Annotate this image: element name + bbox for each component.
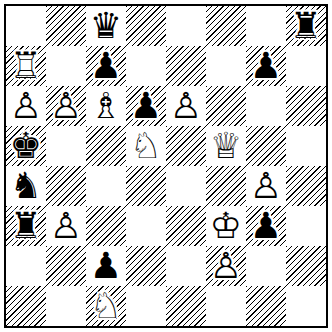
- white-pawn: ♟♙: [206, 246, 246, 286]
- square-e1: [166, 286, 206, 326]
- square-c1: ♞♘: [86, 286, 126, 326]
- square-b8: [46, 6, 86, 46]
- square-b6: ♟♙: [46, 86, 86, 126]
- square-b5: [46, 126, 86, 166]
- square-d3: [126, 206, 166, 246]
- square-d4: [126, 166, 166, 206]
- black-pawn-icon: ♟: [86, 46, 126, 86]
- chess-board: ♛♛♜♜♜♖♟♟♟♟♟♙♟♙♝♗♟♟♟♙♚♚♞♘♛♕♞♞♟♙♜♜♟♙♚♔♟♟♟♟…: [6, 6, 326, 326]
- black-knight-icon: ♞: [6, 166, 46, 206]
- white-queen: ♛♕: [206, 126, 246, 166]
- square-a4: ♞♞: [6, 166, 46, 206]
- square-a7: ♜♖: [6, 46, 46, 86]
- black-pawn: ♟♟: [86, 246, 126, 286]
- square-b4: [46, 166, 86, 206]
- square-a8: [6, 6, 46, 46]
- black-king: ♚♚: [6, 126, 46, 166]
- square-b7: [46, 46, 86, 86]
- square-a3: ♜♜: [6, 206, 46, 246]
- square-f3: ♚♔: [206, 206, 246, 246]
- square-f1: [206, 286, 246, 326]
- square-c2: ♟♟: [86, 246, 126, 286]
- square-g1: [246, 286, 286, 326]
- square-h5: [286, 126, 326, 166]
- square-d6: ♟♟: [126, 86, 166, 126]
- black-knight: ♞♞: [6, 166, 46, 206]
- square-g4: ♟♙: [246, 166, 286, 206]
- white-pawn: ♟♙: [46, 206, 86, 246]
- square-a2: [6, 246, 46, 286]
- black-pawn-icon: ♟: [246, 206, 286, 246]
- black-pawn: ♟♟: [86, 46, 126, 86]
- square-g7: ♟♟: [246, 46, 286, 86]
- square-b2: [46, 246, 86, 286]
- square-e7: [166, 46, 206, 86]
- white-knight-icon: ♘: [86, 286, 126, 326]
- square-h3: [286, 206, 326, 246]
- white-pawn: ♟♙: [6, 86, 46, 126]
- square-a5: ♚♚: [6, 126, 46, 166]
- square-h7: [286, 46, 326, 86]
- square-e4: [166, 166, 206, 206]
- black-rook-icon: ♜: [286, 6, 326, 46]
- square-e6: ♟♙: [166, 86, 206, 126]
- square-f5: ♛♕: [206, 126, 246, 166]
- square-g2: [246, 246, 286, 286]
- square-f6: [206, 86, 246, 126]
- square-c6: ♝♗: [86, 86, 126, 126]
- square-d5: ♞♘: [126, 126, 166, 166]
- black-queen-icon: ♛: [86, 6, 126, 46]
- white-pawn-icon: ♙: [246, 166, 286, 206]
- square-a6: ♟♙: [6, 86, 46, 126]
- square-h6: [286, 86, 326, 126]
- square-h2: [286, 246, 326, 286]
- white-pawn-icon: ♙: [166, 86, 206, 126]
- white-queen-icon: ♕: [206, 126, 246, 166]
- square-c3: [86, 206, 126, 246]
- white-pawn-icon: ♙: [46, 206, 86, 246]
- square-h8: ♜♜: [286, 6, 326, 46]
- white-king: ♚♔: [206, 206, 246, 246]
- black-pawn-icon: ♟: [246, 46, 286, 86]
- square-a1: [6, 286, 46, 326]
- square-c5: [86, 126, 126, 166]
- white-rook: ♜♖: [6, 46, 46, 86]
- white-rook-icon: ♖: [6, 46, 46, 86]
- square-h1: [286, 286, 326, 326]
- square-f4: [206, 166, 246, 206]
- square-e3: [166, 206, 206, 246]
- black-rook: ♜♜: [286, 6, 326, 46]
- square-c8: ♛♛: [86, 6, 126, 46]
- black-king-icon: ♚: [6, 126, 46, 166]
- square-f2: ♟♙: [206, 246, 246, 286]
- white-knight-icon: ♘: [126, 126, 166, 166]
- square-d1: [126, 286, 166, 326]
- square-g8: [246, 6, 286, 46]
- black-rook-icon: ♜: [6, 206, 46, 246]
- square-g5: [246, 126, 286, 166]
- square-c7: ♟♟: [86, 46, 126, 86]
- square-f7: [206, 46, 246, 86]
- white-knight: ♞♘: [86, 286, 126, 326]
- square-g6: [246, 86, 286, 126]
- white-pawn-icon: ♙: [6, 86, 46, 126]
- square-c4: [86, 166, 126, 206]
- white-pawn: ♟♙: [46, 86, 86, 126]
- black-queen: ♛♛: [86, 6, 126, 46]
- square-b3: ♟♙: [46, 206, 86, 246]
- square-f8: [206, 6, 246, 46]
- white-knight: ♞♘: [126, 126, 166, 166]
- white-pawn-icon: ♙: [46, 86, 86, 126]
- white-pawn: ♟♙: [166, 86, 206, 126]
- black-pawn-icon: ♟: [126, 86, 166, 126]
- black-pawn: ♟♟: [246, 46, 286, 86]
- square-d2: [126, 246, 166, 286]
- white-pawn: ♟♙: [246, 166, 286, 206]
- white-bishop: ♝♗: [86, 86, 126, 126]
- square-e8: [166, 6, 206, 46]
- black-pawn: ♟♟: [246, 206, 286, 246]
- square-g3: ♟♟: [246, 206, 286, 246]
- black-pawn-icon: ♟: [86, 246, 126, 286]
- black-rook: ♜♜: [6, 206, 46, 246]
- square-b1: [46, 286, 86, 326]
- square-d7: [126, 46, 166, 86]
- white-king-icon: ♔: [206, 206, 246, 246]
- square-d8: [126, 6, 166, 46]
- square-e2: [166, 246, 206, 286]
- black-pawn: ♟♟: [126, 86, 166, 126]
- square-h4: [286, 166, 326, 206]
- white-pawn-icon: ♙: [206, 246, 246, 286]
- white-bishop-icon: ♗: [86, 86, 126, 126]
- square-e5: [166, 126, 206, 166]
- chess-diagram-frame: ♛♛♜♜♜♖♟♟♟♟♟♙♟♙♝♗♟♟♟♙♚♚♞♘♛♕♞♞♟♙♜♜♟♙♚♔♟♟♟♟…: [4, 4, 328, 328]
